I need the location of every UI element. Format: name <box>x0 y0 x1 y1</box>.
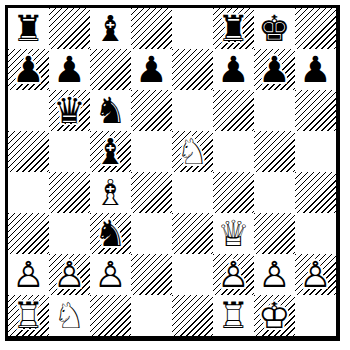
piece-glyph: ♟ <box>49 49 90 90</box>
piece-fill-layer: ♜ <box>213 295 254 336</box>
piece-white-rook: ♜♖ <box>8 295 49 336</box>
square-f8[interactable]: ♜♜ <box>213 8 254 49</box>
piece-glyph: ♟ <box>131 49 172 90</box>
piece-glyph: ♙ <box>213 254 254 295</box>
piece-fill-layer: ♞ <box>90 90 131 131</box>
piece-fill-layer: ♟ <box>90 254 131 295</box>
square-b4[interactable] <box>49 172 90 213</box>
piece-glyph: ♗ <box>90 172 131 213</box>
piece-glyph: ♛ <box>49 90 90 131</box>
piece-fill-layer: ♛ <box>49 90 90 131</box>
piece-fill-layer: ♟ <box>213 254 254 295</box>
square-c2[interactable]: ♟♙ <box>90 254 131 295</box>
square-e6[interactable] <box>172 90 213 131</box>
square-g4[interactable] <box>254 172 295 213</box>
piece-black-pawn: ♟♟ <box>8 49 49 90</box>
square-g1[interactable]: ♚♔ <box>254 295 295 336</box>
square-b8[interactable] <box>49 8 90 49</box>
square-c5[interactable]: ♝♝ <box>90 131 131 172</box>
square-b5[interactable] <box>49 131 90 172</box>
square-f2[interactable]: ♟♙ <box>213 254 254 295</box>
square-h2[interactable]: ♟♙ <box>295 254 336 295</box>
square-e3[interactable] <box>172 213 213 254</box>
square-e7[interactable] <box>172 49 213 90</box>
square-h5[interactable] <box>295 131 336 172</box>
piece-fill-layer: ♚ <box>254 295 295 336</box>
square-a5[interactable] <box>8 131 49 172</box>
piece-glyph: ♕ <box>213 213 254 254</box>
piece-black-rook: ♜♜ <box>213 8 254 49</box>
square-d8[interactable] <box>131 8 172 49</box>
square-f7[interactable]: ♟♟ <box>213 49 254 90</box>
piece-fill-layer: ♚ <box>254 8 295 49</box>
square-c3[interactable]: ♞♞ <box>90 213 131 254</box>
square-h8[interactable] <box>295 8 336 49</box>
square-d6[interactable] <box>131 90 172 131</box>
piece-glyph: ♘ <box>49 295 90 336</box>
square-f1[interactable]: ♜♖ <box>213 295 254 336</box>
piece-black-pawn: ♟♟ <box>213 49 254 90</box>
square-d3[interactable] <box>131 213 172 254</box>
square-e4[interactable] <box>172 172 213 213</box>
square-a7[interactable]: ♟♟ <box>8 49 49 90</box>
piece-glyph: ♖ <box>8 295 49 336</box>
piece-white-pawn: ♟♙ <box>213 254 254 295</box>
piece-fill-layer: ♟ <box>49 49 90 90</box>
piece-glyph: ♜ <box>213 8 254 49</box>
piece-black-king: ♚♚ <box>254 8 295 49</box>
piece-fill-layer: ♟ <box>213 49 254 90</box>
piece-black-bishop: ♝♝ <box>90 131 131 172</box>
square-a8[interactable]: ♜♜ <box>8 8 49 49</box>
piece-glyph: ♟ <box>254 49 295 90</box>
piece-fill-layer: ♟ <box>8 49 49 90</box>
piece-black-knight: ♞♞ <box>90 90 131 131</box>
piece-glyph: ♙ <box>254 254 295 295</box>
piece-glyph: ♙ <box>49 254 90 295</box>
piece-fill-layer: ♟ <box>295 254 336 295</box>
square-g6[interactable] <box>254 90 295 131</box>
square-c1[interactable] <box>90 295 131 336</box>
piece-black-rook: ♜♜ <box>8 8 49 49</box>
square-b1[interactable]: ♞♘ <box>49 295 90 336</box>
piece-white-queen: ♛♕ <box>213 213 254 254</box>
piece-fill-layer: ♜ <box>8 295 49 336</box>
square-d1[interactable] <box>131 295 172 336</box>
piece-glyph: ♙ <box>8 254 49 295</box>
piece-glyph: ♔ <box>254 295 295 336</box>
square-b2[interactable]: ♟♙ <box>49 254 90 295</box>
piece-glyph: ♚ <box>254 8 295 49</box>
piece-white-king: ♚♔ <box>254 295 295 336</box>
piece-fill-layer: ♟ <box>254 49 295 90</box>
piece-glyph: ♙ <box>90 254 131 295</box>
piece-white-knight: ♞♘ <box>49 295 90 336</box>
board-frame: ♜♜♝♝♜♜♚♚♟♟♟♟♟♟♟♟♟♟♟♟♛♛♞♞♝♝♞♘♝♗♞♞♛♕♟♙♟♙♟♙… <box>5 5 340 341</box>
square-a4[interactable] <box>8 172 49 213</box>
piece-black-pawn: ♟♟ <box>49 49 90 90</box>
piece-fill-layer: ♝ <box>90 8 131 49</box>
square-a2[interactable]: ♟♙ <box>8 254 49 295</box>
square-d5[interactable] <box>131 131 172 172</box>
square-c7[interactable] <box>90 49 131 90</box>
square-d4[interactable] <box>131 172 172 213</box>
square-a3[interactable] <box>8 213 49 254</box>
piece-white-bishop: ♝♗ <box>90 172 131 213</box>
piece-black-pawn: ♟♟ <box>295 49 336 90</box>
square-f3[interactable]: ♛♕ <box>213 213 254 254</box>
piece-black-pawn: ♟♟ <box>254 49 295 90</box>
piece-fill-layer: ♟ <box>8 254 49 295</box>
square-b6[interactable]: ♛♛ <box>49 90 90 131</box>
piece-white-pawn: ♟♙ <box>254 254 295 295</box>
piece-glyph: ♞ <box>90 213 131 254</box>
square-c8[interactable]: ♝♝ <box>90 8 131 49</box>
piece-black-bishop: ♝♝ <box>90 8 131 49</box>
piece-fill-layer: ♜ <box>213 8 254 49</box>
piece-fill-layer: ♞ <box>90 213 131 254</box>
square-a1[interactable]: ♜♖ <box>8 295 49 336</box>
square-d7[interactable]: ♟♟ <box>131 49 172 90</box>
piece-glyph: ♟ <box>8 49 49 90</box>
piece-glyph: ♝ <box>90 131 131 172</box>
square-f5[interactable] <box>213 131 254 172</box>
square-g2[interactable]: ♟♙ <box>254 254 295 295</box>
square-h4[interactable] <box>295 172 336 213</box>
piece-white-pawn: ♟♙ <box>295 254 336 295</box>
piece-glyph: ♞ <box>90 90 131 131</box>
square-e8[interactable] <box>172 8 213 49</box>
square-g7[interactable]: ♟♟ <box>254 49 295 90</box>
piece-fill-layer: ♟ <box>131 49 172 90</box>
piece-fill-layer: ♟ <box>254 254 295 295</box>
piece-white-pawn: ♟♙ <box>49 254 90 295</box>
piece-glyph: ♙ <box>295 254 336 295</box>
square-h3[interactable] <box>295 213 336 254</box>
square-g8[interactable]: ♚♚ <box>254 8 295 49</box>
piece-fill-layer: ♛ <box>213 213 254 254</box>
square-b3[interactable] <box>49 213 90 254</box>
piece-glyph: ♝ <box>90 8 131 49</box>
piece-fill-layer: ♞ <box>49 295 90 336</box>
piece-white-knight: ♞♘ <box>172 131 213 172</box>
square-h1[interactable] <box>295 295 336 336</box>
piece-white-rook: ♜♖ <box>213 295 254 336</box>
piece-glyph: ♟ <box>295 49 336 90</box>
square-b7[interactable]: ♟♟ <box>49 49 90 90</box>
square-g5[interactable] <box>254 131 295 172</box>
piece-fill-layer: ♝ <box>90 172 131 213</box>
piece-glyph: ♟ <box>213 49 254 90</box>
square-c4[interactable]: ♝♗ <box>90 172 131 213</box>
piece-white-pawn: ♟♙ <box>8 254 49 295</box>
square-c6[interactable]: ♞♞ <box>90 90 131 131</box>
piece-fill-layer: ♟ <box>295 49 336 90</box>
square-g3[interactable] <box>254 213 295 254</box>
piece-black-queen: ♛♛ <box>49 90 90 131</box>
square-f4[interactable] <box>213 172 254 213</box>
square-d2[interactable] <box>131 254 172 295</box>
piece-white-pawn: ♟♙ <box>90 254 131 295</box>
square-h6[interactable] <box>295 90 336 131</box>
piece-fill-layer: ♟ <box>49 254 90 295</box>
piece-black-pawn: ♟♟ <box>131 49 172 90</box>
piece-fill-layer: ♝ <box>90 131 131 172</box>
square-e2[interactable] <box>172 254 213 295</box>
piece-glyph: ♖ <box>213 295 254 336</box>
square-a6[interactable] <box>8 90 49 131</box>
square-f6[interactable] <box>213 90 254 131</box>
chess-board: ♜♜♝♝♜♜♚♚♟♟♟♟♟♟♟♟♟♟♟♟♛♛♞♞♝♝♞♘♝♗♞♞♛♕♟♙♟♙♟♙… <box>8 8 336 336</box>
piece-fill-layer: ♞ <box>172 131 213 172</box>
piece-glyph: ♜ <box>8 8 49 49</box>
piece-glyph: ♘ <box>172 131 213 172</box>
square-h7[interactable]: ♟♟ <box>295 49 336 90</box>
piece-black-knight: ♞♞ <box>90 213 131 254</box>
piece-fill-layer: ♜ <box>8 8 49 49</box>
square-e5[interactable]: ♞♘ <box>172 131 213 172</box>
square-e1[interactable] <box>172 295 213 336</box>
